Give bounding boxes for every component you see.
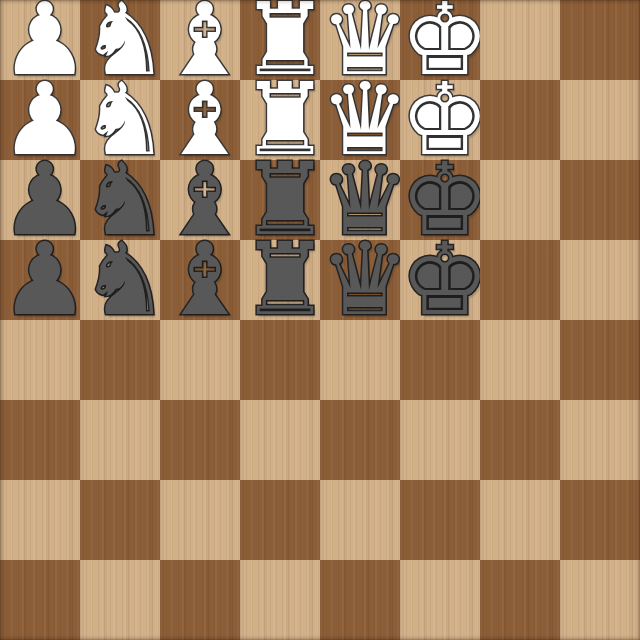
square-b4[interactable] [80, 320, 160, 400]
square-c2[interactable] [160, 480, 240, 560]
square-a5[interactable]: ♟ [0, 240, 80, 320]
black-rook-piece[interactable]: ♜ [240, 240, 320, 320]
black-bishop-piece[interactable]: ♝ [160, 240, 240, 320]
square-e1[interactable] [320, 560, 400, 640]
square-e2[interactable] [320, 480, 400, 560]
square-g5[interactable] [480, 240, 560, 320]
chess-board-container: ♟♞♝♜♛♚♟♞♝♜♛♚♟♞♝♜♛♚♟♞♝♜♛♚ [0, 0, 640, 640]
square-d2[interactable] [240, 480, 320, 560]
square-c3[interactable] [160, 400, 240, 480]
square-g3[interactable] [480, 400, 560, 480]
black-pawn-piece[interactable]: ♟ [0, 240, 80, 320]
square-e3[interactable] [320, 400, 400, 480]
square-c1[interactable] [160, 560, 240, 640]
square-h6[interactable] [560, 160, 640, 240]
black-king-piece[interactable]: ♚ [400, 240, 480, 320]
square-g7[interactable] [480, 80, 560, 160]
square-b5[interactable]: ♞ [80, 240, 160, 320]
black-queen-piece[interactable]: ♛ [320, 240, 400, 320]
square-a1[interactable] [0, 560, 80, 640]
square-g8[interactable] [480, 0, 560, 80]
square-b3[interactable] [80, 400, 160, 480]
square-g2[interactable] [480, 480, 560, 560]
square-h3[interactable] [560, 400, 640, 480]
square-d1[interactable] [240, 560, 320, 640]
square-b2[interactable] [80, 480, 160, 560]
square-f5[interactable]: ♚ [400, 240, 480, 320]
square-g6[interactable] [480, 160, 560, 240]
square-a3[interactable] [0, 400, 80, 480]
square-h4[interactable] [560, 320, 640, 400]
square-g4[interactable] [480, 320, 560, 400]
square-e4[interactable] [320, 320, 400, 400]
square-f4[interactable] [400, 320, 480, 400]
square-f1[interactable] [400, 560, 480, 640]
square-d4[interactable] [240, 320, 320, 400]
square-h5[interactable] [560, 240, 640, 320]
square-h8[interactable] [560, 0, 640, 80]
square-e5[interactable]: ♛ [320, 240, 400, 320]
square-h2[interactable] [560, 480, 640, 560]
square-d5[interactable]: ♜ [240, 240, 320, 320]
square-f3[interactable] [400, 400, 480, 480]
square-f2[interactable] [400, 480, 480, 560]
square-c4[interactable] [160, 320, 240, 400]
chess-board: ♟♞♝♜♛♚♟♞♝♜♛♚♟♞♝♜♛♚♟♞♝♜♛♚ [0, 0, 640, 640]
square-b1[interactable] [80, 560, 160, 640]
square-a2[interactable] [0, 480, 80, 560]
square-h7[interactable] [560, 80, 640, 160]
square-c5[interactable]: ♝ [160, 240, 240, 320]
square-h1[interactable] [560, 560, 640, 640]
square-a4[interactable] [0, 320, 80, 400]
black-knight-piece[interactable]: ♞ [80, 240, 160, 320]
square-d3[interactable] [240, 400, 320, 480]
square-g1[interactable] [480, 560, 560, 640]
